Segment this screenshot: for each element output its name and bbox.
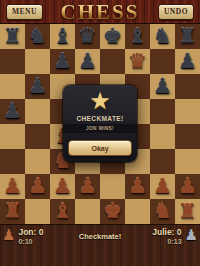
square-e8[interactable]: ♚ (100, 24, 125, 49)
square-f8[interactable]: ♝ (125, 24, 150, 49)
piece-white-knight[interactable]: ♞ (150, 199, 175, 224)
square-a7[interactable] (0, 49, 25, 74)
piece-white-pawn[interactable]: ♟ (50, 174, 75, 199)
piece-white-rook[interactable]: ♜ (175, 199, 200, 224)
square-b8[interactable]: ♞ (25, 24, 50, 49)
dialog-subtitle: JON WINS! (63, 124, 137, 133)
piece-black-knight[interactable]: ♞ (25, 24, 50, 49)
square-a8[interactable]: ♜ (0, 24, 25, 49)
square-b1[interactable] (25, 199, 50, 224)
piece-white-pawn[interactable]: ♟ (75, 174, 100, 199)
piece-white-pawn[interactable]: ♟ (150, 174, 175, 199)
square-h6[interactable] (175, 74, 200, 99)
square-f7[interactable]: ♛ (125, 49, 150, 74)
square-a5[interactable]: ♟ (0, 99, 25, 124)
square-b3[interactable] (25, 149, 50, 174)
square-a3[interactable] (0, 149, 25, 174)
dialog-title: CHECKMATE! (76, 115, 123, 122)
status-bar: ♟ Jon: 0 0:10 Checkmate! Julie: 0 0:13 ♟ (0, 224, 200, 266)
square-e2[interactable] (100, 174, 125, 199)
piece-white-queen[interactable]: ♛ (125, 49, 150, 74)
menu-button[interactable]: MENU (6, 4, 43, 20)
piece-black-rook[interactable]: ♜ (175, 24, 200, 49)
piece-black-pawn[interactable]: ♟ (150, 74, 175, 99)
checkmate-dialog: ★ CHECKMATE! JON WINS! Okay (63, 85, 137, 162)
player-white-time: 0:10 (18, 238, 43, 245)
piece-white-rook[interactable]: ♜ (0, 199, 25, 224)
player-white-panel: ♟ Jon: 0 0:10 (2, 226, 46, 245)
square-a1[interactable]: ♜ (0, 199, 25, 224)
piece-black-bishop[interactable]: ♝ (125, 24, 150, 49)
square-h7[interactable]: ♟ (175, 49, 200, 74)
star-icon: ★ (89, 88, 111, 114)
top-bar: CHESS MENU UNDO (0, 0, 200, 24)
square-h3[interactable] (175, 149, 200, 174)
square-d7[interactable]: ♟ (75, 49, 100, 74)
square-a2[interactable]: ♟ (0, 174, 25, 199)
square-c1[interactable]: ♝ (50, 199, 75, 224)
square-e7[interactable] (100, 49, 125, 74)
white-pawn-icon: ♟ (2, 226, 15, 245)
square-g1[interactable]: ♞ (150, 199, 175, 224)
square-f2[interactable]: ♟ (125, 174, 150, 199)
square-g2[interactable]: ♟ (150, 174, 175, 199)
square-h4[interactable] (175, 124, 200, 149)
piece-white-pawn[interactable]: ♟ (175, 174, 200, 199)
piece-black-pawn[interactable]: ♟ (0, 99, 25, 124)
piece-black-pawn[interactable]: ♟ (75, 49, 100, 74)
square-c2[interactable]: ♟ (50, 174, 75, 199)
piece-white-pawn[interactable]: ♟ (0, 174, 25, 199)
piece-black-knight[interactable]: ♞ (150, 24, 175, 49)
okay-button[interactable]: Okay (68, 140, 132, 156)
square-g7[interactable] (150, 49, 175, 74)
square-b4[interactable] (25, 124, 50, 149)
piece-black-king[interactable]: ♚ (100, 24, 125, 49)
piece-black-pawn[interactable]: ♟ (50, 49, 75, 74)
square-b5[interactable] (25, 99, 50, 124)
square-g6[interactable]: ♟ (150, 74, 175, 99)
piece-white-king[interactable]: ♚ (100, 199, 125, 224)
piece-black-rook[interactable]: ♜ (0, 24, 25, 49)
square-b7[interactable] (25, 49, 50, 74)
piece-black-pawn[interactable]: ♟ (175, 49, 200, 74)
player-white-name: Jon: 0 (18, 227, 43, 237)
player-black-name: Julie: 0 (152, 227, 181, 237)
square-b2[interactable]: ♟ (25, 174, 50, 199)
square-h5[interactable] (175, 99, 200, 124)
square-d2[interactable]: ♟ (75, 174, 100, 199)
square-c7[interactable]: ♟ (50, 49, 75, 74)
square-h1[interactable]: ♜ (175, 199, 200, 224)
piece-white-pawn[interactable]: ♟ (25, 174, 50, 199)
square-g5[interactable] (150, 99, 175, 124)
black-pawn-icon: ♟ (185, 226, 198, 245)
piece-black-queen[interactable]: ♛ (75, 24, 100, 49)
player-black-panel: Julie: 0 0:13 ♟ (149, 226, 198, 245)
square-g4[interactable] (150, 124, 175, 149)
square-a4[interactable] (0, 124, 25, 149)
square-d1[interactable] (75, 199, 100, 224)
square-a6[interactable] (0, 74, 25, 99)
piece-black-bishop[interactable]: ♝ (50, 24, 75, 49)
piece-black-pawn[interactable]: ♟ (25, 74, 50, 99)
square-g3[interactable] (150, 149, 175, 174)
square-b6[interactable]: ♟ (25, 74, 50, 99)
piece-white-bishop[interactable]: ♝ (50, 199, 75, 224)
piece-white-pawn[interactable]: ♟ (125, 174, 150, 199)
chess-app: CHESS MENU UNDO ♜♞♝♛♚♝♞♜♟♟♛♟♟♟♟♟♝♟♞♟♟♟♟♟… (0, 0, 200, 266)
square-d8[interactable]: ♛ (75, 24, 100, 49)
square-g8[interactable]: ♞ (150, 24, 175, 49)
player-black-time: 0:13 (152, 238, 181, 245)
undo-button[interactable]: UNDO (158, 4, 194, 20)
square-f1[interactable] (125, 199, 150, 224)
square-c8[interactable]: ♝ (50, 24, 75, 49)
square-h2[interactable]: ♟ (175, 174, 200, 199)
square-e1[interactable]: ♚ (100, 199, 125, 224)
square-h8[interactable]: ♜ (175, 24, 200, 49)
